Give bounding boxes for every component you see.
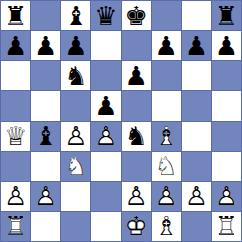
square-h5[interactable] bbox=[212, 91, 241, 120]
rook-glyph: ♜︎ bbox=[212, 1, 241, 30]
square-a3[interactable] bbox=[1, 152, 30, 181]
square-a4[interactable]: ♛︎♕︎ bbox=[1, 122, 30, 151]
square-f4[interactable]: ♝︎♗︎ bbox=[152, 122, 181, 151]
square-a7[interactable]: ♟︎ bbox=[1, 31, 30, 60]
square-f6[interactable] bbox=[152, 61, 181, 90]
square-e1[interactable]: ♚︎♔︎ bbox=[122, 212, 151, 241]
square-d8[interactable]: ♛︎ bbox=[91, 1, 120, 30]
square-h1[interactable]: ♜︎♖︎ bbox=[212, 212, 241, 241]
piece-white-pawn[interactable]: ♟︎♙︎ bbox=[1, 182, 30, 211]
square-c2[interactable] bbox=[61, 182, 90, 211]
square-g3[interactable] bbox=[182, 152, 211, 181]
square-b2[interactable]: ♟︎♙︎ bbox=[31, 182, 60, 211]
square-g1[interactable] bbox=[182, 212, 211, 241]
pawn-glyph: ♟︎ bbox=[91, 91, 120, 120]
square-d1[interactable] bbox=[91, 212, 120, 241]
piece-white-knight[interactable]: ♞︎♘︎ bbox=[152, 152, 181, 181]
square-d7[interactable] bbox=[91, 31, 120, 60]
chess-board: ♜︎♝︎♛︎♚︎♜︎♟︎♟︎♟︎♟︎♟︎♟︎♞︎♟︎♟︎♛︎♕︎♝︎♟︎♙︎♟︎… bbox=[0, 0, 242, 242]
square-a6[interactable] bbox=[1, 61, 30, 90]
piece-white-pawn[interactable]: ♟︎♙︎ bbox=[182, 182, 211, 211]
piece-black-pawn[interactable]: ♟︎ bbox=[61, 31, 90, 60]
square-b7[interactable]: ♟︎ bbox=[31, 31, 60, 60]
rook-outline-glyph: ♖︎ bbox=[1, 212, 30, 241]
square-c3[interactable]: ♞︎♘︎ bbox=[61, 152, 90, 181]
piece-black-knight[interactable]: ♞︎ bbox=[122, 122, 151, 151]
pawn-outline-glyph: ♙︎ bbox=[152, 182, 181, 211]
square-h4[interactable] bbox=[212, 122, 241, 151]
square-g2[interactable]: ♟︎♙︎ bbox=[182, 182, 211, 211]
queen-glyph: ♛︎ bbox=[91, 1, 120, 30]
pawn-glyph: ♟︎ bbox=[182, 31, 211, 60]
square-h8[interactable]: ♜︎ bbox=[212, 1, 241, 30]
pawn-outline-glyph: ♙︎ bbox=[31, 182, 60, 211]
pawn-glyph: ♟︎ bbox=[61, 31, 90, 60]
piece-black-pawn[interactable]: ♟︎ bbox=[91, 91, 120, 120]
piece-black-king[interactable]: ♚︎ bbox=[122, 1, 151, 30]
piece-white-pawn[interactable]: ♟︎♙︎ bbox=[61, 122, 90, 151]
piece-black-knight[interactable]: ♞︎ bbox=[61, 61, 90, 90]
square-c8[interactable]: ♝︎ bbox=[61, 1, 90, 30]
pawn-glyph: ♟︎ bbox=[1, 31, 30, 60]
bishop-outline-glyph: ♗︎ bbox=[152, 122, 181, 151]
square-b5[interactable] bbox=[31, 91, 60, 120]
square-e8[interactable]: ♚︎ bbox=[122, 1, 151, 30]
pawn-glyph: ♟︎ bbox=[212, 31, 241, 60]
piece-white-pawn[interactable]: ♟︎♙︎ bbox=[31, 182, 60, 211]
square-g6[interactable] bbox=[182, 61, 211, 90]
rook-glyph: ♜︎ bbox=[1, 1, 30, 30]
square-a8[interactable]: ♜︎ bbox=[1, 1, 30, 30]
pawn-outline-glyph: ♙︎ bbox=[1, 182, 30, 211]
square-c7[interactable]: ♟︎ bbox=[61, 31, 90, 60]
piece-white-knight[interactable]: ♞︎♘︎ bbox=[61, 152, 90, 181]
square-e2[interactable]: ♟︎♙︎ bbox=[122, 182, 151, 211]
square-f8[interactable] bbox=[152, 1, 181, 30]
queen-outline-glyph: ♕︎ bbox=[1, 122, 30, 151]
rook-outline-glyph: ♖︎ bbox=[212, 212, 241, 241]
square-b4[interactable]: ♝︎ bbox=[31, 122, 60, 151]
piece-black-rook[interactable]: ♜︎ bbox=[212, 1, 241, 30]
square-g5[interactable] bbox=[182, 91, 211, 120]
piece-black-queen[interactable]: ♛︎ bbox=[91, 1, 120, 30]
square-b8[interactable] bbox=[31, 1, 60, 30]
square-c1[interactable] bbox=[61, 212, 90, 241]
piece-white-pawn[interactable]: ♟︎♙︎ bbox=[122, 182, 151, 211]
square-h2[interactable]: ♟︎♙︎ bbox=[212, 182, 241, 211]
bishop-outline-glyph: ♗︎ bbox=[152, 212, 181, 241]
piece-black-pawn[interactable]: ♟︎ bbox=[212, 31, 241, 60]
square-d5[interactable]: ♟︎ bbox=[91, 91, 120, 120]
piece-black-pawn[interactable]: ♟︎ bbox=[31, 31, 60, 60]
square-e7[interactable] bbox=[122, 31, 151, 60]
square-c4[interactable]: ♟︎♙︎ bbox=[61, 122, 90, 151]
pawn-glyph: ♟︎ bbox=[152, 31, 181, 60]
piece-black-bishop[interactable]: ♝︎ bbox=[61, 1, 90, 30]
square-f7[interactable]: ♟︎ bbox=[152, 31, 181, 60]
square-c5[interactable] bbox=[61, 91, 90, 120]
piece-black-pawn[interactable]: ♟︎ bbox=[182, 31, 211, 60]
pawn-outline-glyph: ♙︎ bbox=[61, 122, 90, 151]
square-d4[interactable]: ♟︎♙︎ bbox=[91, 122, 120, 151]
piece-black-rook[interactable]: ♜︎ bbox=[1, 1, 30, 30]
piece-white-bishop[interactable]: ♝︎♗︎ bbox=[152, 212, 181, 241]
square-f2[interactable]: ♟︎♙︎ bbox=[152, 182, 181, 211]
square-f3[interactable]: ♞︎♘︎ bbox=[152, 152, 181, 181]
square-d6[interactable] bbox=[91, 61, 120, 90]
bishop-glyph: ♝︎ bbox=[31, 122, 60, 151]
square-a1[interactable]: ♜︎♖︎ bbox=[1, 212, 30, 241]
piece-white-rook[interactable]: ♜︎♖︎ bbox=[212, 212, 241, 241]
square-e5[interactable] bbox=[122, 91, 151, 120]
square-c6[interactable]: ♞︎ bbox=[61, 61, 90, 90]
pawn-glyph: ♟︎ bbox=[31, 31, 60, 60]
piece-white-queen[interactable]: ♛︎♕︎ bbox=[1, 122, 30, 151]
square-g4[interactable] bbox=[182, 122, 211, 151]
king-glyph: ♚︎ bbox=[122, 1, 151, 30]
piece-white-king[interactable]: ♚︎♔︎ bbox=[122, 212, 151, 241]
square-g7[interactable]: ♟︎ bbox=[182, 31, 211, 60]
square-d3[interactable] bbox=[91, 152, 120, 181]
piece-white-rook[interactable]: ♜︎♖︎ bbox=[1, 212, 30, 241]
square-e3[interactable] bbox=[122, 152, 151, 181]
piece-black-pawn[interactable]: ♟︎ bbox=[152, 31, 181, 60]
piece-white-pawn[interactable]: ♟︎♙︎ bbox=[212, 182, 241, 211]
king-outline-glyph: ♔︎ bbox=[122, 212, 151, 241]
piece-white-pawn[interactable]: ♟︎♙︎ bbox=[91, 122, 120, 151]
square-g8[interactable] bbox=[182, 1, 211, 30]
square-e6[interactable]: ♟︎ bbox=[122, 61, 151, 90]
square-h7[interactable]: ♟︎ bbox=[212, 31, 241, 60]
knight-glyph: ♞︎ bbox=[122, 122, 151, 151]
square-d2[interactable] bbox=[91, 182, 120, 211]
square-f1[interactable]: ♝︎♗︎ bbox=[152, 212, 181, 241]
square-b3[interactable] bbox=[31, 152, 60, 181]
bishop-glyph: ♝︎ bbox=[61, 1, 90, 30]
piece-black-bishop[interactable]: ♝︎ bbox=[31, 122, 60, 151]
piece-black-pawn[interactable]: ♟︎ bbox=[122, 61, 151, 90]
square-h6[interactable] bbox=[212, 61, 241, 90]
piece-white-pawn[interactable]: ♟︎♙︎ bbox=[152, 182, 181, 211]
square-f5[interactable] bbox=[152, 91, 181, 120]
pawn-outline-glyph: ♙︎ bbox=[212, 182, 241, 211]
square-b1[interactable] bbox=[31, 212, 60, 241]
knight-glyph: ♞︎ bbox=[61, 61, 90, 90]
knight-outline-glyph: ♘︎ bbox=[152, 152, 181, 181]
piece-white-bishop[interactable]: ♝︎♗︎ bbox=[152, 122, 181, 151]
square-e4[interactable]: ♞︎ bbox=[122, 122, 151, 151]
square-h3[interactable] bbox=[212, 152, 241, 181]
knight-outline-glyph: ♘︎ bbox=[61, 152, 90, 181]
pawn-outline-glyph: ♙︎ bbox=[182, 182, 211, 211]
pawn-outline-glyph: ♙︎ bbox=[122, 182, 151, 211]
square-b6[interactable] bbox=[31, 61, 60, 90]
square-a5[interactable] bbox=[1, 91, 30, 120]
square-a2[interactable]: ♟︎♙︎ bbox=[1, 182, 30, 211]
piece-black-pawn[interactable]: ♟︎ bbox=[1, 31, 30, 60]
pawn-glyph: ♟︎ bbox=[122, 61, 151, 90]
pawn-outline-glyph: ♙︎ bbox=[91, 122, 120, 151]
